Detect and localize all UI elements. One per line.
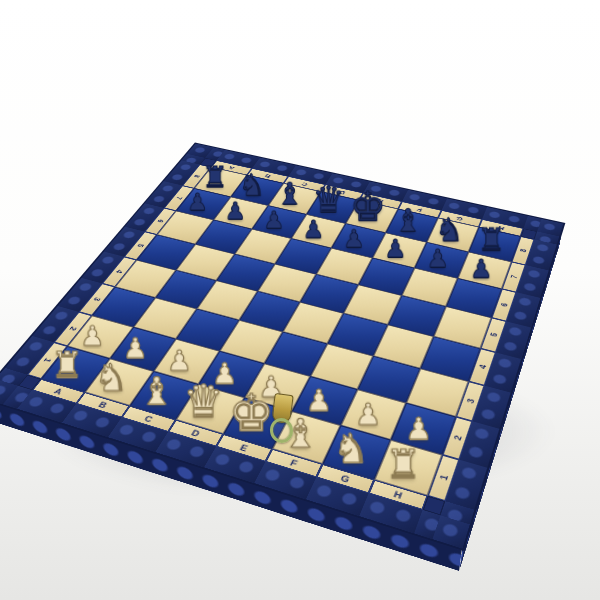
rank-label-5: 5 — [480, 318, 506, 353]
piece-blue-P-e7: ♟ — [343, 226, 365, 250]
file-label-text: G — [339, 473, 351, 484]
piece-white-P-a2: ♟ — [80, 322, 105, 349]
rank-label-text: 1 — [42, 357, 54, 363]
file-label-text: C — [300, 181, 308, 187]
rank-label-text: 3 — [464, 398, 476, 405]
file-label-text: D — [190, 428, 202, 438]
rank-label-text: 7 — [509, 274, 520, 279]
rank-label-text: 7 — [174, 196, 184, 200]
piece-white-P-b2: ♟ — [123, 334, 148, 362]
piece-white-P-d2: ♟ — [212, 359, 238, 387]
piece-white-R-h1: ♜ — [386, 444, 422, 484]
piece-white-N-g1: ♞ — [333, 428, 369, 468]
rank-label-text: 3 — [92, 296, 103, 301]
piece-blue-P-g7: ♟ — [427, 246, 449, 271]
file-label-text: D — [338, 189, 346, 195]
rank-label-text: 4 — [477, 364, 489, 370]
rank-label-text: 5 — [488, 332, 499, 338]
file-label-text: E — [239, 443, 250, 453]
file-label-text: A — [227, 165, 236, 171]
perspective-scene: ABCDEFGH8♜♞♝♛♚♝♞♜87♟♟♟♟♟♟♟♟7665544332♟♟♟… — [0, 0, 600, 600]
piece-white-P-c2: ♟ — [167, 347, 192, 375]
rank-label-text: 2 — [451, 434, 464, 441]
piece-white-P-h2: ♟ — [405, 414, 432, 444]
file-label-text: G — [456, 215, 464, 222]
piece-blue-P-c7: ♟ — [263, 208, 284, 232]
latch-ring — [268, 416, 295, 444]
file-label-text: F — [416, 207, 423, 213]
rank-label-text: 4 — [114, 269, 125, 274]
piece-blue-P-a7: ♟ — [187, 190, 208, 213]
rank-label-text: 2 — [67, 326, 79, 332]
file-label-text: F — [289, 458, 299, 469]
product-photo-stage: ABCDEFGH8♜♞♝♛♚♝♞♜87♟♟♟♟♟♟♟♟7665544332♟♟♟… — [0, 0, 600, 600]
file-label-text: B — [97, 400, 109, 410]
file-label-text: H — [497, 224, 505, 231]
rank-label-text: 5 — [135, 243, 146, 248]
rank-label-text: 6 — [499, 302, 510, 308]
piece-blue-P-h7: ♟ — [470, 256, 493, 281]
board: ABCDEFGH8♜♞♝♛♚♝♞♜87♟♟♟♟♟♟♟♟7665544332♟♟♟… — [0, 144, 563, 549]
piece-blue-P-b7: ♟ — [225, 199, 246, 223]
piece-blue-P-f7: ♟ — [384, 236, 406, 261]
file-label-text: E — [377, 198, 385, 204]
rank-label-text: 8 — [192, 174, 202, 178]
rank-label-text: 6 — [155, 219, 165, 224]
file-label-text: C — [143, 414, 155, 424]
file-label-text: A — [52, 386, 64, 395]
piece-blue-P-d7: ♟ — [303, 217, 325, 241]
piece-white-P-f2: ♟ — [306, 386, 332, 415]
piece-white-P-g2: ♟ — [355, 399, 382, 429]
file-label-text: H — [392, 489, 403, 501]
file-label-text: B — [263, 173, 271, 179]
rank-label-text: 8 — [518, 248, 528, 253]
frame-rail — [58, 278, 102, 312]
rank-label-text: 1 — [437, 474, 450, 482]
latch-clasp — [263, 394, 307, 452]
